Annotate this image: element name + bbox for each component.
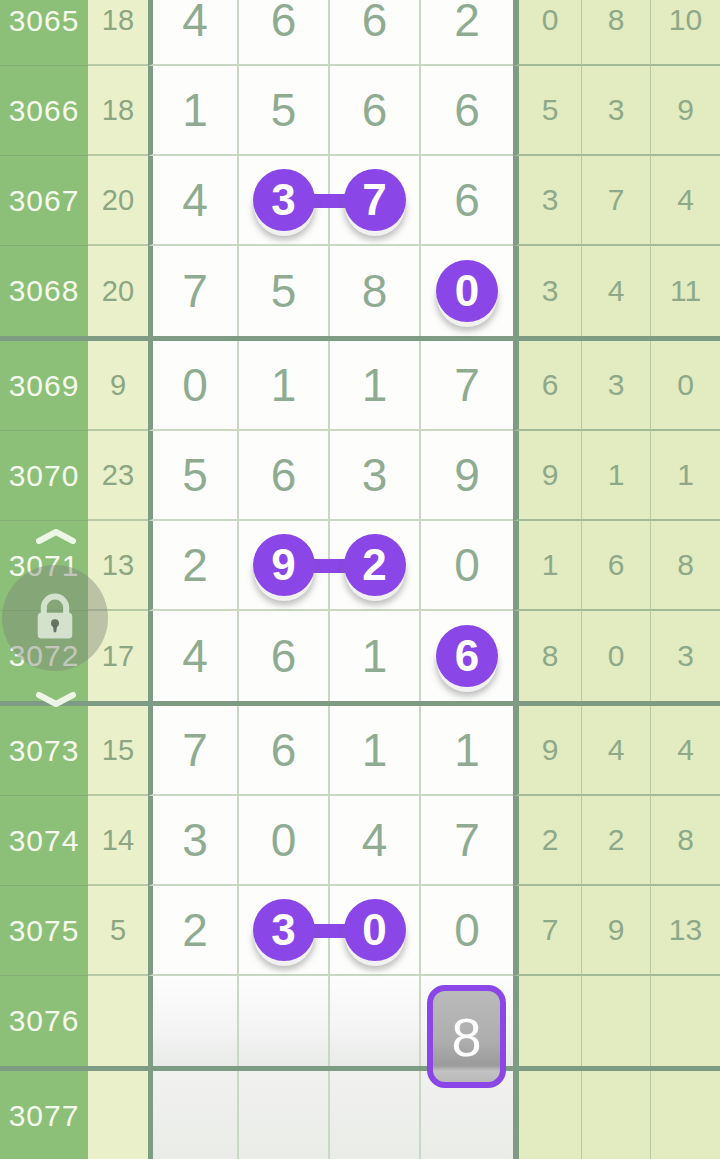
digit-cell[interactable]: 6 [239, 706, 330, 796]
scroll-down-button[interactable] [36, 692, 76, 708]
picked-digit[interactable]: 3 [253, 899, 315, 961]
digit-cell[interactable]: 7 [148, 246, 239, 336]
stat-cell [651, 1071, 720, 1159]
stat-cell: 2 [582, 796, 651, 886]
lottery-chart-screen: 3065 18 4 6 6 2 0 8 10 3066 18 1 5 6 6 5… [0, 0, 720, 1159]
stat-cell [582, 1071, 651, 1159]
draw-row: 3076 8 [0, 976, 720, 1066]
sum-cell: 18 [88, 66, 148, 156]
stat-cell: 3 [582, 341, 651, 431]
picked-digit[interactable]: 0 [344, 899, 406, 961]
digit-cell[interactable]: 2 [148, 886, 239, 976]
stat-cell: 3 [513, 156, 582, 246]
draw-row: 3071 13 2 9 2 0 1 6 8 [0, 521, 720, 611]
digit-cell[interactable]: 4 [148, 611, 239, 701]
period-cell: 3066 [0, 66, 88, 156]
digit-cell[interactable]: 6 [330, 0, 421, 66]
draw-row: 3065 18 4 6 6 2 0 8 10 [0, 0, 720, 66]
period-cell: 3075 [0, 886, 88, 976]
stat-cell: 13 [651, 886, 720, 976]
picked-digit[interactable]: 9 [253, 534, 315, 596]
digit-cell[interactable]: 6 [239, 0, 330, 66]
digit-cell[interactable]: 5 [239, 246, 330, 336]
digit-cell[interactable] [239, 1071, 330, 1159]
scroll-up-button[interactable] [36, 528, 76, 544]
digit-cell[interactable]: 4 [148, 0, 239, 66]
stat-cell: 4 [651, 706, 720, 796]
draw-row: 3069 9 0 1 1 7 6 3 0 [0, 341, 720, 431]
period-cell: 3077 [0, 1071, 88, 1159]
digit-cell[interactable]: 0 [421, 521, 513, 611]
period-cell: 3074 [0, 796, 88, 886]
picked-digit[interactable]: 6 [436, 625, 498, 687]
stat-cell: 4 [582, 706, 651, 796]
sum-cell: 23 [88, 431, 148, 521]
draw-row: 3070 23 5 6 3 9 9 1 1 [0, 431, 720, 521]
sum-cell [88, 976, 148, 1066]
digit-cell[interactable]: 2 [330, 521, 421, 611]
draw-row: 3066 18 1 5 6 6 5 3 9 [0, 66, 720, 156]
stat-cell: 9 [582, 886, 651, 976]
stat-cell: 0 [582, 611, 651, 701]
stat-cell: 6 [513, 341, 582, 431]
sum-cell: 20 [88, 246, 148, 336]
picked-digit[interactable]: 2 [344, 534, 406, 596]
digit-cell[interactable] [239, 976, 330, 1066]
sum-cell: 18 [88, 0, 148, 66]
digit-cell[interactable]: 1 [330, 706, 421, 796]
digit-cell[interactable]: 7 [330, 156, 421, 246]
digit-cell[interactable]: 1 [330, 611, 421, 701]
period-cell: 3070 [0, 431, 88, 521]
draw-row: 3074 14 3 0 4 7 2 2 8 [0, 796, 720, 886]
picked-digit[interactable]: 3 [253, 169, 315, 231]
picked-digit[interactable]: 0 [436, 260, 498, 322]
chevron-up-icon [36, 528, 76, 544]
stat-cell: 2 [513, 796, 582, 886]
stat-cell: 4 [651, 156, 720, 246]
draw-row: 3072 17 4 6 1 6 8 0 3 [0, 611, 720, 701]
digit-cell[interactable]: 1 [239, 341, 330, 431]
digit-cell[interactable]: 3 [148, 796, 239, 886]
stat-cell: 8 [513, 611, 582, 701]
stat-cell: 10 [651, 0, 720, 66]
digit-cell[interactable]: 8 [330, 246, 421, 336]
lock-button[interactable] [2, 565, 108, 671]
chevron-down-icon [36, 692, 76, 708]
stat-cell: 5 [513, 66, 582, 156]
stat-cell: 7 [513, 886, 582, 976]
draw-row: 3077 [0, 1071, 720, 1159]
digit-cell[interactable]: 1 [330, 341, 421, 431]
period-cell: 3065 [0, 0, 88, 66]
period-cell: 3067 [0, 156, 88, 246]
stat-cell: 1 [513, 521, 582, 611]
digit-cell[interactable] [148, 1071, 239, 1159]
sum-cell: 5 [88, 886, 148, 976]
stat-cell: 7 [582, 156, 651, 246]
stat-cell: 9 [513, 431, 582, 521]
picked-digit[interactable]: 7 [344, 169, 406, 231]
stat-cell: 3 [513, 246, 582, 336]
digit-cell[interactable] [148, 976, 239, 1066]
stat-cell: 4 [582, 246, 651, 336]
digit-cell[interactable]: 1 [421, 706, 513, 796]
stat-cell: 0 [651, 341, 720, 431]
draw-row: 3067 20 4 3 7 6 3 7 4 [0, 156, 720, 246]
sum-cell: 20 [88, 156, 148, 246]
draw-history-board: 3065 18 4 6 6 2 0 8 10 3066 18 1 5 6 6 5… [0, 0, 720, 1159]
digit-cell[interactable]: 6 [421, 66, 513, 156]
digit-cell[interactable]: 7 [421, 796, 513, 886]
digit-cell[interactable]: 1 [148, 66, 239, 156]
draw-row: 3073 15 7 6 1 1 9 4 4 [0, 706, 720, 796]
period-cell: 3076 [0, 976, 88, 1066]
draw-row: 3075 5 2 3 0 0 7 9 13 [0, 886, 720, 976]
stat-cell: 1 [582, 431, 651, 521]
draw-row: 3068 20 7 5 8 0 3 4 11 [0, 246, 720, 336]
sum-cell: 15 [88, 706, 148, 796]
stat-cell [513, 1071, 582, 1159]
stat-cell: 9 [513, 706, 582, 796]
digit-cell[interactable]: 5 [239, 66, 330, 156]
stat-cell [582, 976, 651, 1066]
stat-cell: 1 [651, 431, 720, 521]
digit-cell[interactable]: 5 [148, 431, 239, 521]
digit-cell[interactable]: 0 [421, 886, 513, 976]
stat-cell: 6 [582, 521, 651, 611]
sum-cell [88, 1071, 148, 1159]
sum-cell: 9 [88, 341, 148, 431]
padlock-icon [27, 590, 83, 646]
next-draw-pick-box[interactable]: 8 [427, 985, 506, 1088]
stat-cell: 8 [582, 0, 651, 66]
digit-cell[interactable]: 6 [421, 611, 513, 701]
period-cell: 3069 [0, 341, 88, 431]
digit-cell[interactable] [330, 1071, 421, 1159]
stat-cell: 8 [651, 521, 720, 611]
period-cell: 3068 [0, 246, 88, 336]
stat-cell: 9 [651, 66, 720, 156]
period-cell: 3073 [0, 706, 88, 796]
digit-cell[interactable]: 0 [421, 246, 513, 336]
stat-cell: 3 [582, 66, 651, 156]
stat-cell: 8 [651, 796, 720, 886]
sum-cell: 14 [88, 796, 148, 886]
stat-cell [651, 976, 720, 1066]
digit-cell[interactable]: 4 [148, 156, 239, 246]
digit-cell[interactable]: 2 [148, 521, 239, 611]
stat-cell: 3 [651, 611, 720, 701]
digit-cell[interactable]: 6 [239, 431, 330, 521]
digit-cell[interactable]: 6 [330, 66, 421, 156]
digit-cell[interactable]: 7 [421, 341, 513, 431]
digit-cell[interactable]: 2 [421, 0, 513, 66]
stat-cell: 11 [651, 246, 720, 336]
digit-cell[interactable]: 0 [239, 796, 330, 886]
digit-cell[interactable]: 4 [330, 796, 421, 886]
digit-cell[interactable]: 3 [330, 431, 421, 521]
digit-cell[interactable]: 7 [148, 706, 239, 796]
stat-cell [513, 976, 582, 1066]
digit-cell[interactable]: 0 [330, 886, 421, 976]
stat-cell: 0 [513, 0, 582, 66]
digit-cell[interactable]: 6 [239, 611, 330, 701]
digit-cell[interactable]: 6 [421, 156, 513, 246]
digit-cell[interactable]: 9 [421, 431, 513, 521]
digit-cell[interactable]: 0 [148, 341, 239, 431]
digit-cell[interactable] [330, 976, 421, 1066]
